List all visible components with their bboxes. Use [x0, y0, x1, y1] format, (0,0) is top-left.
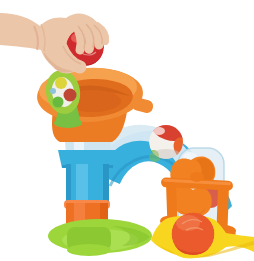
blue-tube-sheen: [76, 164, 88, 204]
spinner-bottom-paddle: [172, 185, 211, 216]
ring-bead-yellow: [55, 77, 67, 89]
frame-center-knob: [190, 172, 204, 182]
ring-bead-green: [53, 97, 64, 108]
ring-bead-blue: [50, 88, 56, 94]
blue-tube-right-shade: [103, 164, 109, 204]
ring-bead-red: [64, 89, 77, 102]
base-collar-front: [67, 244, 111, 256]
ring-base-foot: [54, 118, 82, 128]
toy-photo-scene: [0, 0, 254, 261]
blue-tube-left-shade: [66, 164, 71, 204]
